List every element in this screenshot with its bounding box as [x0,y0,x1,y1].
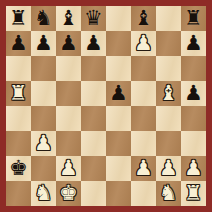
square-h1[interactable]: ♜ [181,181,206,206]
piece-white-pawn[interactable]: ♟ [181,156,206,181]
square-c8[interactable]: ♝ [56,6,81,31]
square-b6[interactable] [31,56,56,81]
piece-black-bishop[interactable]: ♝ [131,6,156,31]
square-g5[interactable]: ♝ [156,81,181,106]
square-h8[interactable]: ♜ [181,6,206,31]
square-b8[interactable]: ♞ [31,6,56,31]
square-e1[interactable] [106,181,131,206]
square-d4[interactable] [81,106,106,131]
piece-white-pawn[interactable]: ♟ [131,31,156,56]
piece-black-pawn[interactable]: ♟ [81,31,106,56]
square-d5[interactable] [81,81,106,106]
piece-black-queen[interactable]: ♛ [81,6,106,31]
square-g4[interactable] [156,106,181,131]
piece-white-knight[interactable]: ♞ [156,181,181,206]
square-g2[interactable]: ♟ [156,156,181,181]
square-f4[interactable] [131,106,156,131]
square-g1[interactable]: ♞ [156,181,181,206]
square-c4[interactable] [56,106,81,131]
piece-black-pawn[interactable]: ♟ [6,31,31,56]
square-c2[interactable]: ♟ [56,156,81,181]
square-d8[interactable]: ♛ [81,6,106,31]
square-h6[interactable] [181,56,206,81]
piece-black-rook[interactable]: ♜ [6,6,31,31]
piece-white-knight[interactable]: ♞ [31,181,56,206]
square-c7[interactable]: ♟ [56,31,81,56]
square-e4[interactable] [106,106,131,131]
square-b7[interactable]: ♟ [31,31,56,56]
square-h7[interactable]: ♟ [181,31,206,56]
square-e2[interactable] [106,156,131,181]
square-c1[interactable]: ♚ [56,181,81,206]
chess-board-frame: ♜♞♝♛♝♜♟♟♟♟♟♟♜♟♝♟♟♚♟♟♟♟♞♚♞♜ [0,0,212,212]
square-a6[interactable] [6,56,31,81]
square-f7[interactable]: ♟ [131,31,156,56]
square-b1[interactable]: ♞ [31,181,56,206]
square-a4[interactable] [6,106,31,131]
square-b5[interactable] [31,81,56,106]
piece-white-rook[interactable]: ♜ [6,81,31,106]
square-h3[interactable] [181,131,206,156]
square-f8[interactable]: ♝ [131,6,156,31]
square-g6[interactable] [156,56,181,81]
square-f5[interactable] [131,81,156,106]
square-f2[interactable]: ♟ [131,156,156,181]
square-d1[interactable] [81,181,106,206]
square-a8[interactable]: ♜ [6,6,31,31]
square-a3[interactable] [6,131,31,156]
square-e7[interactable] [106,31,131,56]
piece-black-bishop[interactable]: ♝ [56,6,81,31]
square-d7[interactable]: ♟ [81,31,106,56]
square-c6[interactable] [56,56,81,81]
square-f6[interactable] [131,56,156,81]
square-g3[interactable] [156,131,181,156]
piece-white-pawn[interactable]: ♟ [131,156,156,181]
piece-black-king[interactable]: ♚ [6,156,31,181]
square-a1[interactable] [6,181,31,206]
square-d3[interactable] [81,131,106,156]
square-g8[interactable] [156,6,181,31]
square-h5[interactable]: ♟ [181,81,206,106]
square-f3[interactable] [131,131,156,156]
square-e6[interactable] [106,56,131,81]
square-e5[interactable]: ♟ [106,81,131,106]
square-a2[interactable]: ♚ [6,156,31,181]
square-f1[interactable] [131,181,156,206]
piece-black-knight[interactable]: ♞ [31,6,56,31]
square-b3[interactable]: ♟ [31,131,56,156]
square-g7[interactable] [156,31,181,56]
square-e8[interactable] [106,6,131,31]
square-b4[interactable] [31,106,56,131]
square-d2[interactable] [81,156,106,181]
piece-black-rook[interactable]: ♜ [181,6,206,31]
piece-black-pawn[interactable]: ♟ [181,81,206,106]
square-h2[interactable]: ♟ [181,156,206,181]
square-e3[interactable] [106,131,131,156]
chess-board: ♜♞♝♛♝♜♟♟♟♟♟♟♜♟♝♟♟♚♟♟♟♟♞♚♞♜ [6,6,206,206]
piece-white-rook[interactable]: ♜ [181,181,206,206]
piece-black-pawn[interactable]: ♟ [31,31,56,56]
piece-white-bishop[interactable]: ♝ [156,81,181,106]
square-a5[interactable]: ♜ [6,81,31,106]
piece-black-pawn[interactable]: ♟ [181,31,206,56]
piece-white-pawn[interactable]: ♟ [31,131,56,156]
piece-black-pawn[interactable]: ♟ [106,81,131,106]
square-c5[interactable] [56,81,81,106]
piece-white-pawn[interactable]: ♟ [156,156,181,181]
square-c3[interactable] [56,131,81,156]
piece-white-pawn[interactable]: ♟ [56,156,81,181]
piece-black-pawn[interactable]: ♟ [56,31,81,56]
square-a7[interactable]: ♟ [6,31,31,56]
square-h4[interactable] [181,106,206,131]
piece-white-king[interactable]: ♚ [56,181,81,206]
square-b2[interactable] [31,156,56,181]
square-d6[interactable] [81,56,106,81]
